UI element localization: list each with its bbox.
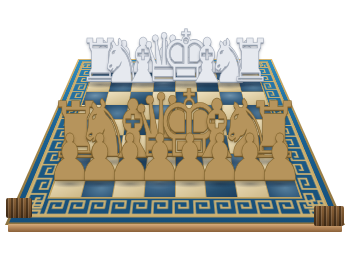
square-a3 xyxy=(65,136,96,154)
square-b8 xyxy=(112,69,134,79)
square-b3 xyxy=(93,136,123,154)
square-e2 xyxy=(175,154,204,174)
meander-key-motif xyxy=(127,199,150,216)
square-a4 xyxy=(71,119,100,135)
wooden-base-edge xyxy=(8,224,342,232)
square-c3 xyxy=(120,136,148,154)
square-b5 xyxy=(102,105,128,119)
square-h5 xyxy=(245,105,273,119)
square-f1 xyxy=(205,174,238,197)
chess-board xyxy=(5,59,345,225)
square-f6 xyxy=(198,92,222,105)
square-c6 xyxy=(129,92,153,105)
square-e1 xyxy=(175,174,206,197)
square-e4 xyxy=(175,119,200,135)
square-f5 xyxy=(199,105,224,119)
meander-key-motif xyxy=(149,199,171,216)
board-foot-left xyxy=(6,198,32,218)
square-h6 xyxy=(242,92,268,105)
square-a1 xyxy=(50,174,87,197)
chess-set-photo: ♟♟♟♟♟♟♟♟♜♞♝♛♚♝♞♜♜♞♝♛♚♝♞♜♟♟♟♟♟♟♟♟ xyxy=(0,0,350,263)
square-b6 xyxy=(105,92,130,105)
square-a5 xyxy=(77,105,105,119)
square-a2 xyxy=(58,154,92,174)
square-g5 xyxy=(222,105,248,119)
square-d3 xyxy=(148,136,175,154)
square-g3 xyxy=(227,136,257,154)
square-e6 xyxy=(175,92,198,105)
square-d5 xyxy=(151,105,175,119)
square-c1 xyxy=(113,174,146,197)
square-f2 xyxy=(203,154,233,174)
square-e7 xyxy=(175,80,197,92)
square-a8 xyxy=(91,69,114,79)
square-d7 xyxy=(153,80,175,92)
square-e5 xyxy=(175,105,199,119)
square-f7 xyxy=(196,80,219,92)
square-a7 xyxy=(87,80,112,92)
meander-key-motif xyxy=(106,199,130,216)
board-foot-right xyxy=(314,206,344,226)
square-f3 xyxy=(201,136,229,154)
square-h8 xyxy=(236,69,259,79)
square-h4 xyxy=(249,119,278,135)
square-b1 xyxy=(81,174,116,197)
square-g1 xyxy=(234,174,269,197)
square-e3 xyxy=(175,136,202,154)
square-g4 xyxy=(225,119,253,135)
meander-key-motif xyxy=(191,199,213,216)
square-e8 xyxy=(175,69,196,79)
square-c4 xyxy=(123,119,150,135)
square-g6 xyxy=(220,92,245,105)
meander-key-motif xyxy=(170,199,191,216)
square-b4 xyxy=(97,119,125,135)
square-c5 xyxy=(126,105,151,119)
square-d6 xyxy=(152,92,175,105)
square-b2 xyxy=(87,154,119,174)
square-g7 xyxy=(218,80,242,92)
square-h7 xyxy=(239,80,264,92)
square-d8 xyxy=(154,69,175,79)
square-b7 xyxy=(109,80,133,92)
square-c8 xyxy=(133,69,154,79)
square-c2 xyxy=(117,154,147,174)
square-d2 xyxy=(146,154,175,174)
square-d4 xyxy=(149,119,174,135)
square-f8 xyxy=(195,69,216,79)
square-c7 xyxy=(131,80,154,92)
square-g8 xyxy=(216,69,238,79)
square-g2 xyxy=(231,154,263,174)
square-a6 xyxy=(82,92,108,105)
meander-key-motif xyxy=(211,199,234,216)
square-f4 xyxy=(200,119,227,135)
greek-key-border-bottom xyxy=(20,199,330,216)
square-d1 xyxy=(144,174,175,197)
